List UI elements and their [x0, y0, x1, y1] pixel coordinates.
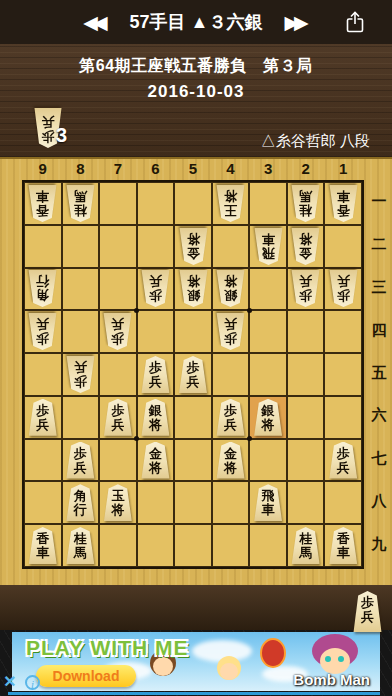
piece-kanji: 兵 [36, 418, 49, 432]
shogi-piece[interactable]: 香車 [27, 185, 58, 222]
piece-kanji: 歩 [36, 331, 49, 345]
rank-label: 二 [366, 235, 392, 254]
piece-kanji: 歩 [224, 404, 237, 418]
shogi-piece[interactable]: 飛車 [253, 484, 284, 521]
piece-kanji: 歩 [337, 447, 350, 461]
board-cell[interactable] [324, 353, 362, 396]
shogi-piece[interactable]: 金将 [178, 228, 209, 265]
piece-kanji: 歩 [36, 404, 49, 418]
star-point [247, 436, 252, 441]
ad-character [325, 656, 331, 662]
piece-kanji: 将 [224, 461, 237, 475]
rank-label: 七 [366, 449, 392, 468]
rank-label: 八 [366, 492, 392, 511]
shogi-piece[interactable]: 金将 [140, 442, 171, 479]
event-title: 第64期王座戦五番勝負 第３局 [0, 56, 392, 77]
shogi-piece[interactable]: 歩兵 [328, 270, 359, 307]
piece-kanji: 兵 [187, 375, 200, 389]
board-cell[interactable] [212, 524, 250, 567]
piece-kanji: 桂 [74, 532, 87, 546]
shogi-piece[interactable]: 銀将 [215, 270, 246, 307]
piece-kanji: 兵 [36, 317, 49, 331]
shogi-piece[interactable]: 歩兵 [215, 313, 246, 350]
piece-kanji: 兵 [224, 317, 237, 331]
board-cell[interactable] [324, 225, 362, 268]
piece-kanji: 兵 [149, 274, 162, 288]
board-grid: 香車桂馬王将桂馬香車金将飛車金将角行歩兵銀将銀将歩兵歩兵歩兵歩兵歩兵歩兵歩兵歩兵… [22, 180, 364, 569]
bottom-bar: i ▲羽生善治 王座 [0, 585, 392, 630]
board-cell[interactable] [99, 182, 137, 225]
board-cell[interactable] [249, 182, 287, 225]
board-cell[interactable] [249, 310, 287, 353]
board-cell[interactable] [287, 439, 325, 482]
piece-kanji: 飛 [262, 489, 275, 503]
board-cell[interactable] [137, 182, 175, 225]
board-cell[interactable] [24, 225, 62, 268]
piece-kanji: 歩 [74, 447, 87, 461]
piece-kanji: 車 [262, 503, 275, 517]
board-cell[interactable] [174, 524, 212, 567]
shogi-piece[interactable]: 飛車 [253, 228, 284, 265]
piece-kanji: 馬 [299, 189, 312, 203]
piece-kanji: 将 [149, 461, 162, 475]
piece-kanji: 歩 [149, 361, 162, 375]
shogi-piece[interactable]: 銀将 [140, 399, 171, 436]
piece-kanji: 飛 [262, 246, 275, 260]
shogi-piece[interactable]: 金将 [215, 442, 246, 479]
piece-kanji: 将 [299, 232, 312, 246]
file-label: 9 [24, 160, 62, 177]
board-cell[interactable] [24, 353, 62, 396]
board-cell[interactable] [99, 225, 137, 268]
star-point [134, 308, 139, 313]
board-cell[interactable] [324, 310, 362, 353]
shogi-piece[interactable]: 王将 [215, 185, 246, 222]
shogi-piece[interactable]: 角行 [65, 484, 96, 521]
shogi-piece[interactable]: 桂馬 [65, 527, 96, 564]
piece-kanji: 香 [337, 203, 350, 217]
piece-kanji: 兵 [74, 360, 87, 374]
ad-character [220, 663, 238, 680]
piece-kanji: 金 [149, 447, 162, 461]
shogi-piece[interactable]: 角行 [27, 270, 58, 307]
piece-kanji: 兵 [74, 461, 87, 475]
rank-label: 九 [366, 535, 392, 554]
ad-banner[interactable]: PLAY WITH ME Download Bomb Man [12, 632, 380, 691]
move-label: 57手目 ▲３六銀 [130, 10, 263, 34]
rank-label: 四 [366, 321, 392, 340]
shogi-piece[interactable]: 歩兵 [178, 356, 209, 393]
piece-kanji: 行 [74, 503, 87, 517]
ad-close-icon[interactable]: × [4, 670, 16, 693]
piece-kanji: 桂 [299, 203, 312, 217]
shogi-piece[interactable]: 香車 [27, 527, 58, 564]
ad-character [260, 638, 286, 668]
board-cell[interactable] [137, 524, 175, 567]
piece-kanji: 車 [262, 232, 275, 246]
shogi-piece[interactable]: 歩兵 [290, 270, 321, 307]
piece-kanji: 歩 [224, 331, 237, 345]
sente-hand-piece[interactable]: 歩兵 [352, 591, 383, 632]
ad-download-button[interactable]: Download [36, 665, 136, 687]
piece-kanji: 将 [111, 503, 124, 517]
file-label: 4 [212, 160, 250, 177]
piece-kanji: 兵 [361, 610, 374, 624]
star-point [247, 308, 252, 313]
piece-kanji: 車 [36, 189, 49, 203]
board-cell[interactable] [99, 353, 137, 396]
file-label: 7 [99, 160, 137, 177]
shogi-piece[interactable]: 歩兵 [140, 270, 171, 307]
board-cell[interactable] [62, 396, 100, 439]
piece-kanji: 車 [337, 189, 350, 203]
piece-kanji: 角 [36, 288, 49, 302]
shogi-piece[interactable]: 桂馬 [290, 185, 321, 222]
piece-kanji: 将 [187, 274, 200, 288]
board-cell[interactable] [24, 439, 62, 482]
file-label: 5 [174, 160, 212, 177]
ad-headline: PLAY WITH ME [26, 636, 189, 660]
piece-kanji: 車 [337, 546, 350, 560]
piece-kanji: 歩 [111, 331, 124, 345]
board-cell[interactable] [62, 268, 100, 311]
shogi-piece[interactable]: 桂馬 [65, 185, 96, 222]
piece-kanji: 銀 [262, 404, 275, 418]
ad-zone: PLAY WITH ME Download Bomb Man × i [0, 630, 392, 696]
nav-bar: ◀◀ 57手目 ▲３六銀 ▶▶ [0, 0, 392, 44]
board-cell[interactable] [249, 524, 287, 567]
board-cell[interactable] [287, 481, 325, 524]
board-cell[interactable] [324, 481, 362, 524]
piece-kanji: 歩 [149, 288, 162, 302]
piece-kanji: 歩 [111, 404, 124, 418]
board-cell[interactable] [249, 353, 287, 396]
piece-kanji: 歩 [299, 288, 312, 302]
file-label: 8 [62, 160, 100, 177]
piece-kanji: 兵 [224, 418, 237, 432]
shogi-piece[interactable]: 歩兵 [328, 442, 359, 479]
piece-kanji: 兵 [111, 418, 124, 432]
piece-kanji: 王 [224, 203, 237, 217]
piece-kanji: 歩 [187, 361, 200, 375]
shogi-piece[interactable]: 桂馬 [290, 527, 321, 564]
piece-kanji: 兵 [149, 375, 162, 389]
piece-kanji: 行 [36, 274, 49, 288]
piece-kanji: 将 [262, 418, 275, 432]
piece-kanji: 歩 [42, 129, 55, 143]
piece-kanji: 兵 [42, 115, 55, 129]
shogi-piece[interactable]: 玉将 [102, 484, 133, 521]
board-cell[interactable] [24, 481, 62, 524]
piece-kanji: 将 [187, 232, 200, 246]
piece-kanji: 歩 [337, 288, 350, 302]
board-cell[interactable] [287, 396, 325, 439]
piece-kanji: 兵 [299, 274, 312, 288]
piece-kanji: 玉 [111, 489, 124, 503]
piece-kanji: 香 [36, 532, 49, 546]
board-cell[interactable] [174, 182, 212, 225]
piece-kanji: 銀 [187, 288, 200, 302]
piece-kanji: 馬 [299, 546, 312, 560]
piece-kanji: 桂 [299, 532, 312, 546]
shogi-app: ◀◀ 57手目 ▲３六銀 ▶▶ 第64期王座戦五番勝負 第３局 2016-10-… [0, 0, 392, 696]
piece-kanji: 兵 [337, 461, 350, 475]
shogi-piece[interactable]: 歩兵 [65, 356, 96, 393]
piece-kanji: 車 [36, 546, 49, 560]
piece-kanji: 香 [36, 203, 49, 217]
ad-info-icon[interactable]: i [25, 675, 40, 690]
board-cell[interactable] [249, 268, 287, 311]
gote-player-label: △糸谷哲郎 八段 [261, 132, 370, 151]
rank-label: 一 [366, 192, 392, 211]
ad-character [338, 656, 344, 662]
file-label: 6 [137, 160, 175, 177]
board-cell[interactable] [249, 439, 287, 482]
board-cell[interactable] [137, 481, 175, 524]
shogi-piece[interactable]: 歩兵 [27, 399, 58, 436]
shogi-piece[interactable]: 歩兵 [140, 356, 171, 393]
board-cell[interactable] [287, 310, 325, 353]
rank-label: 五 [366, 364, 392, 383]
piece-kanji: 将 [224, 189, 237, 203]
board-cell[interactable] [62, 310, 100, 353]
piece-kanji: 兵 [337, 274, 350, 288]
shogi-piece[interactable]: 歩兵 [27, 313, 58, 350]
board-cell[interactable] [137, 310, 175, 353]
piece-kanji: 馬 [74, 189, 87, 203]
file-label: 2 [287, 160, 325, 177]
file-label: 1 [324, 160, 362, 177]
ad-divider [8, 692, 380, 695]
board-cell[interactable] [99, 524, 137, 567]
game-date: 2016-10-03 [0, 82, 392, 102]
board-cell[interactable] [212, 481, 250, 524]
board-cell[interactable] [137, 225, 175, 268]
piece-kanji: 将 [224, 274, 237, 288]
shogi-piece[interactable]: 銀将 [253, 399, 284, 436]
rank-label: 三 [366, 278, 392, 297]
piece-kanji: 将 [149, 418, 162, 432]
shogi-piece[interactable]: 香車 [328, 185, 359, 222]
board-cell[interactable] [174, 439, 212, 482]
forward-button[interactable]: ▶▶ [284, 11, 308, 34]
shogi-piece[interactable]: 銀将 [178, 270, 209, 307]
board-cell[interactable] [174, 310, 212, 353]
board-cell[interactable] [99, 439, 137, 482]
shogi-piece[interactable]: 歩兵 [215, 399, 246, 436]
board-cell[interactable] [212, 353, 250, 396]
shogi-piece[interactable]: 歩兵 [102, 313, 133, 350]
shogi-piece[interactable]: 歩兵 [65, 442, 96, 479]
piece-kanji: 銀 [224, 288, 237, 302]
piece-kanji: 角 [74, 489, 87, 503]
board-cell[interactable] [99, 268, 137, 311]
board-cell[interactable] [212, 225, 250, 268]
piece-kanji: 桂 [74, 203, 87, 217]
rewind-button[interactable]: ◀◀ [83, 11, 107, 34]
piece-kanji: 金 [187, 246, 200, 260]
board-zone: 香車桂馬王将桂馬香車金将飛車金将角行歩兵銀将銀将歩兵歩兵歩兵歩兵歩兵歩兵歩兵歩兵… [0, 157, 392, 587]
piece-kanji: 歩 [74, 374, 87, 388]
board-cell[interactable] [174, 481, 212, 524]
gote-hand-count: 3 [56, 124, 67, 147]
shogi-piece[interactable]: 香車 [328, 527, 359, 564]
rank-label: 六 [366, 406, 392, 425]
file-label: 3 [249, 160, 287, 177]
piece-kanji: 馬 [74, 546, 87, 560]
piece-kanji: 歩 [361, 596, 374, 610]
board-cell[interactable] [324, 396, 362, 439]
board-cell[interactable] [287, 353, 325, 396]
ad-product-name: Bomb Man [293, 671, 370, 688]
shogi-piece[interactable]: 歩兵 [102, 399, 133, 436]
board-cell[interactable] [62, 225, 100, 268]
piece-kanji: 金 [299, 246, 312, 260]
board-cell[interactable] [174, 396, 212, 439]
piece-kanji: 兵 [111, 317, 124, 331]
piece-kanji: 銀 [149, 404, 162, 418]
piece-kanji: 香 [337, 532, 350, 546]
shogi-piece[interactable]: 金将 [290, 228, 321, 265]
piece-kanji: 金 [224, 447, 237, 461]
share-icon[interactable] [344, 11, 366, 33]
